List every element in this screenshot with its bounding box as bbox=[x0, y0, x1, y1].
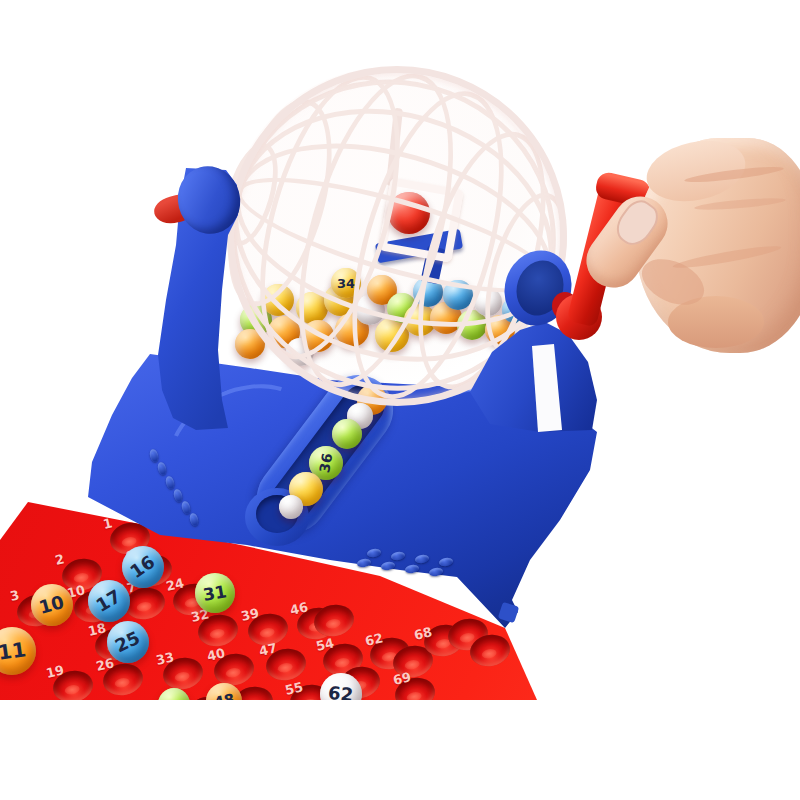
dimple-highlight bbox=[481, 648, 498, 660]
ball-unnumbered[interactable] bbox=[332, 419, 362, 449]
ball-number: 10 bbox=[38, 593, 67, 617]
ball-number: 31 bbox=[202, 583, 228, 604]
ball-unnumbered[interactable] bbox=[279, 495, 303, 519]
ball-number: 62 bbox=[328, 684, 355, 700]
dimple-highlight bbox=[259, 627, 276, 639]
scene: 12391017181924263233394046475455626869 3… bbox=[0, 0, 800, 700]
dimple-highlight bbox=[136, 601, 153, 613]
base-bump bbox=[380, 561, 395, 571]
dimple-highlight bbox=[301, 698, 318, 700]
ball-number: 11 bbox=[0, 639, 27, 663]
dimple-highlight bbox=[209, 628, 226, 640]
base-bump bbox=[404, 564, 419, 574]
board-number-1: 1 bbox=[101, 515, 113, 532]
ball-number: 36 bbox=[317, 452, 334, 474]
ball-16[interactable]: 16 bbox=[122, 546, 164, 588]
ball-10[interactable]: 10 bbox=[31, 584, 73, 626]
ball-31[interactable]: 31 bbox=[195, 573, 235, 613]
dimple-highlight bbox=[174, 671, 191, 683]
dimple-highlight bbox=[334, 657, 351, 669]
ball-number: 17 bbox=[94, 587, 125, 615]
dimple-highlight bbox=[64, 684, 81, 696]
board-number-2: 2 bbox=[53, 551, 65, 568]
ball-number: 16 bbox=[128, 552, 159, 581]
product-photo-bingo-machine: 12391017181924263233394046475455626869 3… bbox=[0, 0, 800, 800]
dimple-highlight bbox=[225, 667, 242, 679]
dimple-highlight bbox=[114, 677, 131, 689]
base-bump bbox=[428, 567, 443, 577]
ball-25[interactable]: 25 bbox=[107, 621, 149, 663]
dimple-highlight bbox=[325, 618, 342, 630]
ball-17[interactable]: 17 bbox=[88, 580, 130, 622]
board-number-3: 3 bbox=[8, 587, 20, 604]
dimple-highlight bbox=[406, 691, 423, 700]
dimple-highlight bbox=[121, 536, 138, 548]
ball-number: 25 bbox=[113, 629, 143, 656]
ball-number: 48 bbox=[212, 691, 236, 700]
base-bump bbox=[356, 558, 371, 568]
dimple-highlight bbox=[277, 662, 294, 674]
